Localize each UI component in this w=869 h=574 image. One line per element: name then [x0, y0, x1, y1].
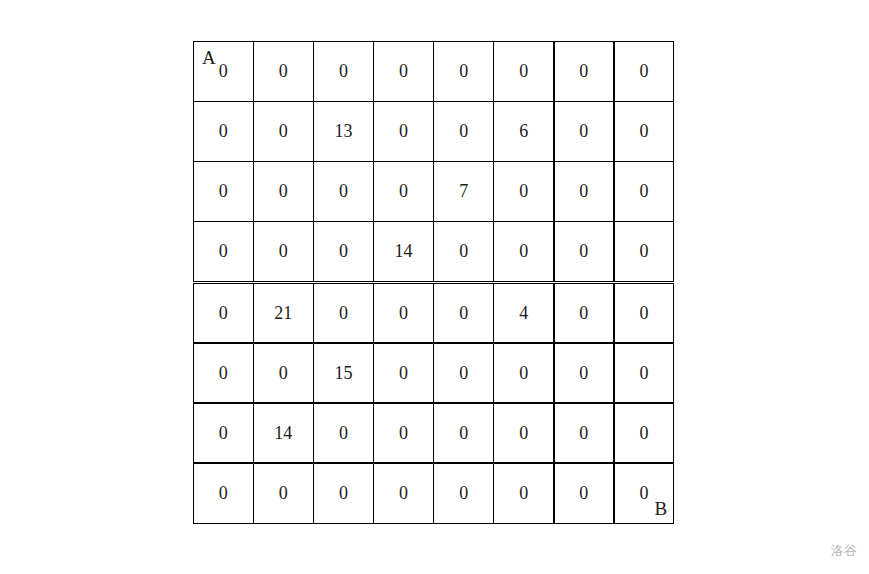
- board-rows-1-4: 0000000000130060000007000000140000: [193, 41, 674, 282]
- grid-cell-r6c2: 0: [254, 344, 313, 403]
- grid-cell-r3c3: 0: [314, 162, 373, 221]
- grid-cell-r2c1: 0: [194, 102, 253, 161]
- grid-cell-r8c3: 0: [314, 464, 373, 523]
- grid-cell-r8c7: 0: [555, 464, 614, 523]
- grid-cell-r2c2: 0: [254, 102, 313, 161]
- grid-cell-r4c1: 0: [194, 222, 253, 281]
- grid-cell-r8c5: 0: [434, 464, 493, 523]
- grid-cell-r4c8: 0: [615, 222, 674, 281]
- grid-cell-r1c5: 0: [434, 42, 493, 101]
- grid-cell-r7c5: 0: [434, 404, 493, 463]
- grid-cell-r1c3: 0: [314, 42, 373, 101]
- grid-cell-r7c2: 14: [254, 404, 313, 463]
- grid-cell-r5c1: 0: [194, 284, 253, 343]
- grid-cell-r3c2: 0: [254, 162, 313, 221]
- grid-cell-r4c3: 0: [314, 222, 373, 281]
- grid-cell-r4c7: 0: [555, 222, 614, 281]
- grid-cell-r6c7: 0: [555, 344, 614, 403]
- grid-cell-r5c3: 0: [314, 284, 373, 343]
- grid-cell-r8c6: 0: [494, 464, 553, 523]
- grid-cell-r3c4: 0: [374, 162, 433, 221]
- luogu-watermark: 洛谷: [831, 542, 857, 560]
- grid-cell-r1c8: 0: [615, 42, 674, 101]
- grid-cell-r4c5: 0: [434, 222, 493, 281]
- grid-cell-r5c6: 4: [494, 284, 553, 343]
- grid-cell-r6c1: 0: [194, 344, 253, 403]
- grid-cell-r1c7: 0: [555, 42, 614, 101]
- grid-cell-r5c7: 0: [555, 284, 614, 343]
- grid-cell-r3c5: 7: [434, 162, 493, 221]
- grid-cell-r3c7: 0: [555, 162, 614, 221]
- grid-cell-r7c4: 0: [374, 404, 433, 463]
- grid-cell-r6c8: 0: [615, 344, 674, 403]
- grid-cell-r5c2: 21: [254, 284, 313, 343]
- grid-cell-r8c2: 0: [254, 464, 313, 523]
- grid-cell-r8c1: 0: [194, 464, 253, 523]
- start-label-a: A: [202, 48, 216, 67]
- grid-cell-r3c6: 0: [494, 162, 553, 221]
- grid-cell-r3c8: 0: [615, 162, 674, 221]
- grid-cell-r2c6: 6: [494, 102, 553, 161]
- grid-cell-r7c8: 0: [615, 404, 674, 463]
- grid-cell-r2c7: 0: [555, 102, 614, 161]
- grid-cell-r5c5: 0: [434, 284, 493, 343]
- grid-cell-r7c7: 0: [555, 404, 614, 463]
- grid-cell-r8c4: 0: [374, 464, 433, 523]
- grid-cell-r4c2: 0: [254, 222, 313, 281]
- grid-cell-r5c4: 0: [374, 284, 433, 343]
- grid-cell-r1c4: 0: [374, 42, 433, 101]
- grid-cell-r6c3: 15: [314, 344, 373, 403]
- grid-cell-r1c2: 0: [254, 42, 313, 101]
- grid-cell-r3c1: 0: [194, 162, 253, 221]
- grid-cell-r6c5: 0: [434, 344, 493, 403]
- grid-cell-r4c4: 14: [374, 222, 433, 281]
- end-label-b: B: [654, 499, 667, 518]
- board-rows-5-8: 02100040000150000001400000000000000: [193, 283, 674, 524]
- grid-cell-r4c6: 0: [494, 222, 553, 281]
- grid-cell-r1c6: 0: [494, 42, 553, 101]
- puzzle-board: 0000000000130060000007000000140000 02100…: [193, 41, 674, 524]
- grid-cell-r2c5: 0: [434, 102, 493, 161]
- grid-cell-r2c8: 0: [615, 102, 674, 161]
- grid-cell-r6c6: 0: [494, 344, 553, 403]
- grid-cell-r7c3: 0: [314, 404, 373, 463]
- grid-cell-r6c4: 0: [374, 344, 433, 403]
- grid-cell-r2c3: 13: [314, 102, 373, 161]
- grid-cell-r7c1: 0: [194, 404, 253, 463]
- grid-cell-r5c8: 0: [615, 284, 674, 343]
- grid-cell-r2c4: 0: [374, 102, 433, 161]
- grid-cell-r7c6: 0: [494, 404, 553, 463]
- puzzle-page: 0000000000130060000007000000140000 02100…: [0, 0, 869, 574]
